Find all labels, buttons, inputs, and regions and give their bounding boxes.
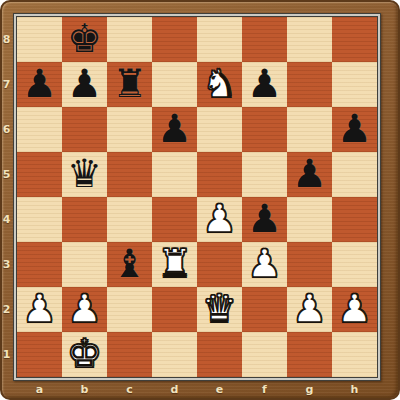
rank-label-8: 8	[0, 17, 13, 62]
square-a5[interactable]	[17, 152, 62, 197]
square-f6[interactable]	[242, 107, 287, 152]
square-e6[interactable]	[197, 107, 242, 152]
square-a1[interactable]	[17, 332, 62, 377]
piece-black-Q-b5[interactable]: ♛	[67, 154, 102, 193]
square-g5[interactable]: ♟	[287, 152, 332, 197]
square-c2[interactable]	[107, 287, 152, 332]
square-d8[interactable]	[152, 17, 197, 62]
square-a2[interactable]: ♟	[17, 287, 62, 332]
square-g2[interactable]: ♟	[287, 287, 332, 332]
square-a7[interactable]: ♟	[17, 62, 62, 107]
rank-label-2: 2	[0, 287, 13, 332]
square-g3[interactable]	[287, 242, 332, 287]
square-d7[interactable]	[152, 62, 197, 107]
square-a4[interactable]	[17, 197, 62, 242]
square-c1[interactable]	[107, 332, 152, 377]
square-g8[interactable]	[287, 17, 332, 62]
square-c3[interactable]: ♝	[107, 242, 152, 287]
square-b7[interactable]: ♟	[62, 62, 107, 107]
file-label-f: f	[242, 381, 287, 400]
piece-black-P-a7[interactable]: ♟	[22, 64, 57, 103]
square-c7[interactable]: ♜	[107, 62, 152, 107]
piece-black-P-f4[interactable]: ♟	[247, 199, 282, 238]
square-f1[interactable]	[242, 332, 287, 377]
square-a8[interactable]	[17, 17, 62, 62]
square-d4[interactable]	[152, 197, 197, 242]
square-h6[interactable]: ♟	[332, 107, 377, 152]
square-b3[interactable]	[62, 242, 107, 287]
square-d3[interactable]: ♜	[152, 242, 197, 287]
board-frame: ♚♟♟♜♞♟♟♟♛♟♟♟♝♜♟♟♟♛♟♟♚	[13, 13, 381, 381]
square-h8[interactable]	[332, 17, 377, 62]
file-label-c: c	[107, 381, 152, 400]
square-d1[interactable]	[152, 332, 197, 377]
square-f4[interactable]: ♟	[242, 197, 287, 242]
piece-black-P-h6[interactable]: ♟	[337, 109, 372, 148]
square-h1[interactable]	[332, 332, 377, 377]
piece-white-P-b2[interactable]: ♟	[67, 289, 102, 328]
piece-white-R-d3[interactable]: ♜	[157, 244, 192, 283]
square-f8[interactable]	[242, 17, 287, 62]
piece-white-P-a2[interactable]: ♟	[22, 289, 57, 328]
square-f3[interactable]: ♟	[242, 242, 287, 287]
square-b5[interactable]: ♛	[62, 152, 107, 197]
square-e3[interactable]	[197, 242, 242, 287]
rank-label-5: 5	[0, 152, 13, 197]
square-e7[interactable]: ♞	[197, 62, 242, 107]
square-h3[interactable]	[332, 242, 377, 287]
square-h5[interactable]	[332, 152, 377, 197]
square-f2[interactable]	[242, 287, 287, 332]
file-label-d: d	[152, 381, 197, 400]
square-b2[interactable]: ♟	[62, 287, 107, 332]
square-g7[interactable]	[287, 62, 332, 107]
square-h2[interactable]: ♟	[332, 287, 377, 332]
square-b6[interactable]	[62, 107, 107, 152]
piece-white-K-b1[interactable]: ♚	[67, 334, 102, 373]
square-c5[interactable]	[107, 152, 152, 197]
board: ♚♟♟♜♞♟♟♟♛♟♟♟♝♜♟♟♟♛♟♟♚	[16, 16, 378, 378]
square-e5[interactable]	[197, 152, 242, 197]
file-label-h: h	[332, 381, 377, 400]
square-c8[interactable]	[107, 17, 152, 62]
rank-label-1: 1	[0, 332, 13, 377]
piece-black-P-b7[interactable]: ♟	[67, 64, 102, 103]
square-h7[interactable]	[332, 62, 377, 107]
square-g6[interactable]	[287, 107, 332, 152]
square-f5[interactable]	[242, 152, 287, 197]
chess-diagram: 87654321 abcdefgh ♚♟♟♜♞♟♟♟♛♟♟♟♝♜♟♟♟♛♟♟♚	[0, 0, 400, 400]
square-a3[interactable]	[17, 242, 62, 287]
square-a6[interactable]	[17, 107, 62, 152]
piece-black-K-b8[interactable]: ♚	[67, 19, 102, 58]
piece-white-P-h2[interactable]: ♟	[337, 289, 372, 328]
piece-white-Q-e2[interactable]: ♛	[202, 289, 237, 328]
square-e8[interactable]	[197, 17, 242, 62]
file-label-a: a	[17, 381, 62, 400]
piece-black-P-f7[interactable]: ♟	[247, 64, 282, 103]
piece-white-P-f3[interactable]: ♟	[247, 244, 282, 283]
square-h4[interactable]	[332, 197, 377, 242]
piece-white-P-g2[interactable]: ♟	[292, 289, 327, 328]
square-c6[interactable]	[107, 107, 152, 152]
piece-black-B-c3[interactable]: ♝	[112, 244, 147, 283]
square-g1[interactable]	[287, 332, 332, 377]
piece-white-N-e7[interactable]: ♞	[202, 64, 237, 103]
file-label-e: e	[197, 381, 242, 400]
square-b4[interactable]	[62, 197, 107, 242]
square-d2[interactable]	[152, 287, 197, 332]
piece-black-R-c7[interactable]: ♜	[112, 64, 147, 103]
rank-label-7: 7	[0, 62, 13, 107]
square-e1[interactable]	[197, 332, 242, 377]
file-label-b: b	[62, 381, 107, 400]
file-label-g: g	[287, 381, 332, 400]
square-d6[interactable]: ♟	[152, 107, 197, 152]
square-b8[interactable]: ♚	[62, 17, 107, 62]
rank-label-3: 3	[0, 242, 13, 287]
square-d5[interactable]	[152, 152, 197, 197]
square-e4[interactable]: ♟	[197, 197, 242, 242]
piece-black-P-d6[interactable]: ♟	[157, 109, 192, 148]
square-e2[interactable]: ♛	[197, 287, 242, 332]
piece-black-P-g5[interactable]: ♟	[292, 154, 327, 193]
square-c4[interactable]	[107, 197, 152, 242]
square-f7[interactable]: ♟	[242, 62, 287, 107]
piece-white-P-e4[interactable]: ♟	[202, 199, 237, 238]
square-b1[interactable]: ♚	[62, 332, 107, 377]
rank-label-4: 4	[0, 197, 13, 242]
square-g4[interactable]	[287, 197, 332, 242]
rank-label-6: 6	[0, 107, 13, 152]
